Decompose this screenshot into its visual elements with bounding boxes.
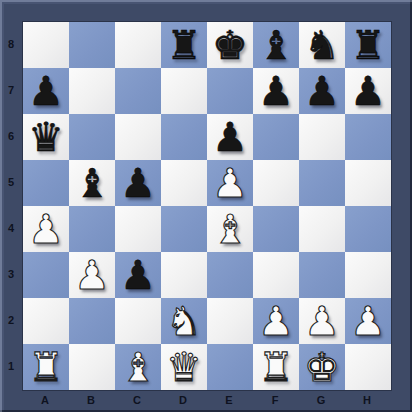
piece-white-pawn[interactable]: ♟ bbox=[258, 298, 294, 344]
piece-black-pawn[interactable]: ♟ bbox=[350, 68, 386, 114]
square-e2[interactable] bbox=[207, 298, 253, 344]
piece-white-pawn[interactable]: ♟ bbox=[74, 252, 110, 298]
square-g7[interactable]: ♟ bbox=[299, 68, 345, 114]
square-g4[interactable] bbox=[299, 206, 345, 252]
square-e1[interactable] bbox=[207, 344, 253, 390]
piece-white-pawn[interactable]: ♟ bbox=[212, 160, 248, 206]
piece-black-knight[interactable]: ♞ bbox=[304, 22, 340, 68]
piece-white-pawn[interactable]: ♟ bbox=[350, 298, 386, 344]
square-d8[interactable]: ♜ bbox=[161, 22, 207, 68]
square-a7[interactable]: ♟ bbox=[23, 68, 69, 114]
square-e8[interactable]: ♚ bbox=[207, 22, 253, 68]
square-g1[interactable]: ♚ bbox=[299, 344, 345, 390]
square-d6[interactable] bbox=[161, 114, 207, 160]
square-b7[interactable] bbox=[69, 68, 115, 114]
square-e3[interactable] bbox=[207, 252, 253, 298]
rank-label-7: 7 bbox=[0, 67, 22, 113]
piece-black-queen[interactable]: ♛ bbox=[28, 114, 64, 160]
square-c3[interactable]: ♟ bbox=[115, 252, 161, 298]
piece-white-knight[interactable]: ♞ bbox=[166, 298, 202, 344]
square-a3[interactable] bbox=[23, 252, 69, 298]
piece-black-pawn[interactable]: ♟ bbox=[212, 114, 248, 160]
file-label-e: E bbox=[206, 389, 252, 410]
file-label-b: B bbox=[68, 389, 114, 410]
square-b2[interactable] bbox=[69, 298, 115, 344]
square-h7[interactable]: ♟ bbox=[345, 68, 391, 114]
square-a5[interactable] bbox=[23, 160, 69, 206]
square-c4[interactable] bbox=[115, 206, 161, 252]
square-a8[interactable] bbox=[23, 22, 69, 68]
piece-black-king[interactable]: ♚ bbox=[212, 22, 248, 68]
piece-white-rook[interactable]: ♜ bbox=[258, 344, 294, 390]
piece-black-rook[interactable]: ♜ bbox=[166, 22, 202, 68]
square-c7[interactable] bbox=[115, 68, 161, 114]
square-c2[interactable] bbox=[115, 298, 161, 344]
square-a6[interactable]: ♛ bbox=[23, 114, 69, 160]
square-c1[interactable]: ♝ bbox=[115, 344, 161, 390]
piece-black-pawn[interactable]: ♟ bbox=[304, 68, 340, 114]
square-g3[interactable] bbox=[299, 252, 345, 298]
piece-black-pawn[interactable]: ♟ bbox=[120, 252, 156, 298]
piece-white-bishop[interactable]: ♝ bbox=[120, 344, 156, 390]
square-d4[interactable] bbox=[161, 206, 207, 252]
file-label-g: G bbox=[298, 389, 344, 410]
rank-label-6: 6 bbox=[0, 113, 22, 159]
piece-black-rook[interactable]: ♜ bbox=[350, 22, 386, 68]
square-f3[interactable] bbox=[253, 252, 299, 298]
square-e4[interactable]: ♝ bbox=[207, 206, 253, 252]
rank-label-3: 3 bbox=[0, 251, 22, 297]
square-d3[interactable] bbox=[161, 252, 207, 298]
square-b1[interactable] bbox=[69, 344, 115, 390]
rank-label-4: 4 bbox=[0, 205, 22, 251]
square-a2[interactable] bbox=[23, 298, 69, 344]
rank-label-1: 1 bbox=[0, 343, 22, 389]
square-f4[interactable] bbox=[253, 206, 299, 252]
file-label-f: F bbox=[252, 389, 298, 410]
square-d7[interactable] bbox=[161, 68, 207, 114]
square-h6[interactable] bbox=[345, 114, 391, 160]
square-c8[interactable] bbox=[115, 22, 161, 68]
piece-black-pawn[interactable]: ♟ bbox=[120, 160, 156, 206]
piece-white-pawn[interactable]: ♟ bbox=[304, 298, 340, 344]
square-b3[interactable]: ♟ bbox=[69, 252, 115, 298]
square-g5[interactable] bbox=[299, 160, 345, 206]
piece-white-pawn[interactable]: ♟ bbox=[28, 206, 64, 252]
square-d5[interactable] bbox=[161, 160, 207, 206]
square-d2[interactable]: ♞ bbox=[161, 298, 207, 344]
square-e6[interactable]: ♟ bbox=[207, 114, 253, 160]
file-label-h: H bbox=[344, 389, 390, 410]
square-f5[interactable] bbox=[253, 160, 299, 206]
piece-white-bishop[interactable]: ♝ bbox=[212, 206, 248, 252]
square-b5[interactable]: ♝ bbox=[69, 160, 115, 206]
file-labels: ABCDEFGH bbox=[22, 389, 390, 410]
square-f6[interactable] bbox=[253, 114, 299, 160]
square-h4[interactable] bbox=[345, 206, 391, 252]
square-b8[interactable] bbox=[69, 22, 115, 68]
square-h3[interactable] bbox=[345, 252, 391, 298]
piece-black-bishop[interactable]: ♝ bbox=[74, 160, 110, 206]
square-g6[interactable] bbox=[299, 114, 345, 160]
square-h5[interactable] bbox=[345, 160, 391, 206]
square-c6[interactable] bbox=[115, 114, 161, 160]
board-frame: 87654321 ♜♚♝♞♜♟♟♟♟♛♟♝♟♟♟♝♟♟♞♟♟♟♜♝♛♜♚ ABC… bbox=[0, 0, 412, 412]
square-g2[interactable]: ♟ bbox=[299, 298, 345, 344]
square-b4[interactable] bbox=[69, 206, 115, 252]
square-b6[interactable] bbox=[69, 114, 115, 160]
square-d1[interactable]: ♛ bbox=[161, 344, 207, 390]
square-g8[interactable]: ♞ bbox=[299, 22, 345, 68]
chess-board[interactable]: ♜♚♝♞♜♟♟♟♟♛♟♝♟♟♟♝♟♟♞♟♟♟♜♝♛♜♚ bbox=[22, 21, 392, 391]
square-h8[interactable]: ♜ bbox=[345, 22, 391, 68]
square-c5[interactable]: ♟ bbox=[115, 160, 161, 206]
file-label-c: C bbox=[114, 389, 160, 410]
rank-label-2: 2 bbox=[0, 297, 22, 343]
square-a1[interactable]: ♜ bbox=[23, 344, 69, 390]
rank-labels: 87654321 bbox=[0, 21, 22, 389]
piece-black-pawn[interactable]: ♟ bbox=[28, 68, 64, 114]
file-label-d: D bbox=[160, 389, 206, 410]
piece-white-queen[interactable]: ♛ bbox=[166, 344, 202, 390]
rank-label-5: 5 bbox=[0, 159, 22, 205]
square-a4[interactable]: ♟ bbox=[23, 206, 69, 252]
piece-white-rook[interactable]: ♜ bbox=[28, 344, 64, 390]
piece-white-king[interactable]: ♚ bbox=[304, 344, 340, 390]
square-e5[interactable]: ♟ bbox=[207, 160, 253, 206]
square-f1[interactable]: ♜ bbox=[253, 344, 299, 390]
square-f2[interactable]: ♟ bbox=[253, 298, 299, 344]
square-f7[interactable]: ♟ bbox=[253, 68, 299, 114]
piece-black-bishop[interactable]: ♝ bbox=[258, 22, 294, 68]
square-f8[interactable]: ♝ bbox=[253, 22, 299, 68]
square-h2[interactable]: ♟ bbox=[345, 298, 391, 344]
piece-black-pawn[interactable]: ♟ bbox=[258, 68, 294, 114]
file-label-a: A bbox=[22, 389, 68, 410]
square-e7[interactable] bbox=[207, 68, 253, 114]
square-h1[interactable] bbox=[345, 344, 391, 390]
rank-label-8: 8 bbox=[0, 21, 22, 67]
